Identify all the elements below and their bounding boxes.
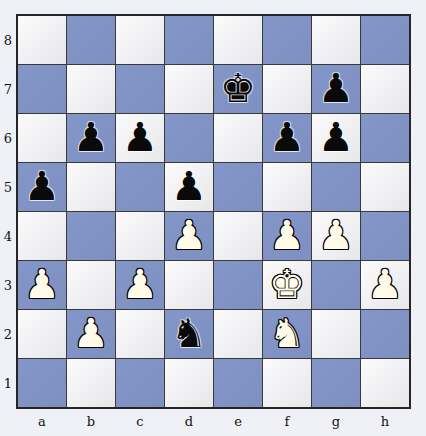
square-d1[interactable]: [165, 359, 213, 407]
piece-black-pawn-d5[interactable]: ♟: [171, 162, 207, 210]
piece-white-pawn-c3[interactable]: ♟: [122, 260, 158, 308]
square-e2[interactable]: [214, 310, 262, 358]
square-h3[interactable]: ♟: [361, 261, 409, 309]
square-c8[interactable]: [116, 16, 164, 64]
piece-black-pawn-c6[interactable]: ♟: [122, 113, 158, 161]
square-g1[interactable]: [312, 359, 360, 407]
file-labels: abcdefgh: [16, 409, 411, 433]
square-g2[interactable]: [312, 310, 360, 358]
square-e8[interactable]: [214, 16, 262, 64]
square-c7[interactable]: [116, 65, 164, 113]
chess-diagram: 87654321 ♚♟♟♟♟♟♟♟♟♟♟♟♟♚♟♟♞♞ abcdefgh: [0, 0, 426, 436]
square-h2[interactable]: [361, 310, 409, 358]
square-f6[interactable]: ♟: [263, 114, 311, 162]
square-c1[interactable]: [116, 359, 164, 407]
square-b5[interactable]: [67, 163, 115, 211]
file-label-f: f: [263, 409, 311, 433]
square-c5[interactable]: [116, 163, 164, 211]
piece-white-pawn-g4[interactable]: ♟: [318, 211, 354, 259]
square-b4[interactable]: [67, 212, 115, 260]
rank-label-7: 7: [0, 65, 16, 113]
piece-white-knight-f2[interactable]: ♞: [269, 309, 305, 357]
square-e5[interactable]: [214, 163, 262, 211]
square-f5[interactable]: [263, 163, 311, 211]
square-d3[interactable]: [165, 261, 213, 309]
square-b1[interactable]: [67, 359, 115, 407]
piece-black-king-e7[interactable]: ♚: [220, 64, 256, 112]
square-e6[interactable]: [214, 114, 262, 162]
square-f3[interactable]: ♚: [263, 261, 311, 309]
square-h7[interactable]: [361, 65, 409, 113]
square-a5[interactable]: ♟: [18, 163, 66, 211]
rank-label-1: 1: [0, 359, 16, 407]
square-d4[interactable]: ♟: [165, 212, 213, 260]
square-f2[interactable]: ♞: [263, 310, 311, 358]
square-a6[interactable]: [18, 114, 66, 162]
square-g8[interactable]: [312, 16, 360, 64]
square-b8[interactable]: [67, 16, 115, 64]
square-f1[interactable]: [263, 359, 311, 407]
file-label-a: a: [18, 409, 66, 433]
rank-label-8: 8: [0, 16, 16, 64]
square-b7[interactable]: [67, 65, 115, 113]
square-d8[interactable]: [165, 16, 213, 64]
square-g4[interactable]: ♟: [312, 212, 360, 260]
piece-black-pawn-g6[interactable]: ♟: [318, 113, 354, 161]
file-label-g: g: [312, 409, 360, 433]
square-h5[interactable]: [361, 163, 409, 211]
square-e4[interactable]: [214, 212, 262, 260]
rank-label-3: 3: [0, 261, 16, 309]
square-d6[interactable]: [165, 114, 213, 162]
square-d2[interactable]: ♞: [165, 310, 213, 358]
square-b2[interactable]: ♟: [67, 310, 115, 358]
square-g5[interactable]: [312, 163, 360, 211]
square-c2[interactable]: [116, 310, 164, 358]
rank-label-2: 2: [0, 310, 16, 358]
square-h8[interactable]: [361, 16, 409, 64]
piece-white-pawn-h3[interactable]: ♟: [367, 260, 403, 308]
file-label-d: d: [165, 409, 213, 433]
square-d5[interactable]: ♟: [165, 163, 213, 211]
rank-labels: 87654321: [0, 14, 16, 409]
square-e3[interactable]: [214, 261, 262, 309]
piece-white-pawn-b2[interactable]: ♟: [73, 309, 109, 357]
chess-board: ♚♟♟♟♟♟♟♟♟♟♟♟♟♚♟♟♞♞: [16, 14, 411, 409]
square-g6[interactable]: ♟: [312, 114, 360, 162]
square-f7[interactable]: [263, 65, 311, 113]
square-a1[interactable]: [18, 359, 66, 407]
square-f4[interactable]: ♟: [263, 212, 311, 260]
square-a8[interactable]: [18, 16, 66, 64]
rank-label-6: 6: [0, 114, 16, 162]
piece-white-pawn-f4[interactable]: ♟: [269, 211, 305, 259]
square-e7[interactable]: ♚: [214, 65, 262, 113]
square-h6[interactable]: [361, 114, 409, 162]
piece-white-pawn-a3[interactable]: ♟: [24, 260, 60, 308]
square-f8[interactable]: [263, 16, 311, 64]
square-h1[interactable]: [361, 359, 409, 407]
square-c3[interactable]: ♟: [116, 261, 164, 309]
square-a7[interactable]: [18, 65, 66, 113]
piece-white-pawn-d4[interactable]: ♟: [171, 211, 207, 259]
piece-black-pawn-b6[interactable]: ♟: [73, 113, 109, 161]
square-e1[interactable]: [214, 359, 262, 407]
piece-black-pawn-g7[interactable]: ♟: [318, 64, 354, 112]
square-g7[interactable]: ♟: [312, 65, 360, 113]
file-label-h: h: [361, 409, 409, 433]
square-d7[interactable]: [165, 65, 213, 113]
piece-white-king-f3[interactable]: ♚: [269, 260, 305, 308]
square-a4[interactable]: [18, 212, 66, 260]
square-b6[interactable]: ♟: [67, 114, 115, 162]
square-g3[interactable]: [312, 261, 360, 309]
rank-label-4: 4: [0, 212, 16, 260]
piece-black-knight-d2[interactable]: ♞: [171, 309, 207, 357]
square-b3[interactable]: [67, 261, 115, 309]
file-label-b: b: [67, 409, 115, 433]
square-c4[interactable]: [116, 212, 164, 260]
square-a2[interactable]: [18, 310, 66, 358]
square-a3[interactable]: ♟: [18, 261, 66, 309]
square-c6[interactable]: ♟: [116, 114, 164, 162]
piece-black-pawn-f6[interactable]: ♟: [269, 113, 305, 161]
rank-label-5: 5: [0, 163, 16, 211]
square-h4[interactable]: [361, 212, 409, 260]
file-label-c: c: [116, 409, 164, 433]
file-label-e: e: [214, 409, 262, 433]
piece-black-pawn-a5[interactable]: ♟: [24, 162, 60, 210]
